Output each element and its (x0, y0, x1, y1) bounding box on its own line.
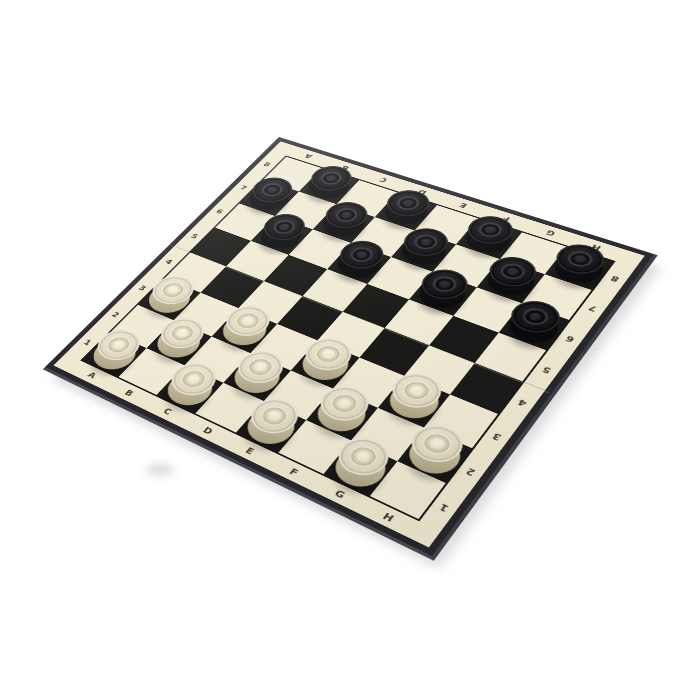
piece-black-b8[interactable]: ⛂ (301, 170, 356, 203)
black-man-glyph-icon: ⛂ (475, 220, 506, 240)
piece-black-e7[interactable]: ⛂ (394, 232, 454, 270)
piece-black-f8[interactable]: ⛂ (459, 220, 519, 257)
white-man-glyph-icon: ⛀ (345, 443, 380, 471)
white-man-glyph-icon: ⛀ (328, 391, 362, 417)
black-man-glyph-icon: ⛂ (317, 169, 346, 187)
black-man-glyph-icon: ⛂ (410, 232, 441, 252)
piece-black-d8[interactable]: ⛂ (377, 194, 434, 229)
white-man-glyph-icon: ⛀ (399, 378, 433, 404)
piece-white-g3[interactable]: ⛀ (381, 378, 447, 425)
piece-black-f6[interactable]: ⛂ (412, 273, 474, 313)
piece-white-c3[interactable]: ⛀ (214, 310, 274, 351)
piece-black-g7[interactable]: ⛂ (479, 261, 541, 301)
black-man-glyph-icon: ⛂ (270, 217, 300, 236)
white-man-glyph-icon: ⛀ (232, 310, 263, 332)
black-man-glyph-icon: ⛂ (429, 273, 461, 295)
white-man-glyph-icon: ⛀ (158, 280, 188, 301)
piece-black-d6[interactable]: ⛂ (330, 244, 389, 282)
black-man-glyph-icon: ⛂ (564, 248, 596, 270)
black-man-glyph-icon: ⛂ (258, 181, 287, 199)
black-man-glyph-icon: ⛂ (331, 206, 361, 225)
white-man-glyph-icon: ⛀ (244, 355, 277, 379)
photo-scene: ABCDEFGH ABCDEFGH 87654321 87654321 ⛂⛂⛂⛂… (0, 0, 700, 700)
black-man-glyph-icon: ⛂ (393, 194, 423, 213)
black-man-glyph-icon: ⛂ (496, 261, 528, 283)
white-man-glyph-icon: ⛀ (167, 322, 198, 344)
white-man-glyph-icon: ⛀ (103, 334, 134, 356)
white-man-glyph-icon: ⛀ (419, 430, 455, 458)
white-man-glyph-icon: ⛀ (312, 342, 345, 366)
checkers-board: ABCDEFGH ABCDEFGH 87654321 87654321 ⛂⛂⛂⛂… (43, 137, 658, 561)
white-man-glyph-icon: ⛀ (258, 403, 292, 429)
background-smudge (146, 464, 174, 476)
black-man-glyph-icon: ⛂ (346, 244, 377, 265)
board-margin: ABCDEFGH ABCDEFGH 87654321 87654321 ⛂⛂⛂⛂… (54, 141, 645, 547)
piece-white-e3[interactable]: ⛀ (294, 342, 357, 386)
piece-black-c7[interactable]: ⛂ (315, 206, 372, 241)
piece-white-f2[interactable]: ⛀ (309, 390, 374, 437)
piece-black-b6[interactable]: ⛂ (254, 217, 310, 253)
piece-white-d2[interactable]: ⛀ (226, 355, 288, 399)
black-man-glyph-icon: ⛂ (519, 305, 552, 328)
white-man-glyph-icon: ⛀ (177, 367, 209, 391)
piece-white-b2[interactable]: ⛀ (149, 322, 208, 363)
